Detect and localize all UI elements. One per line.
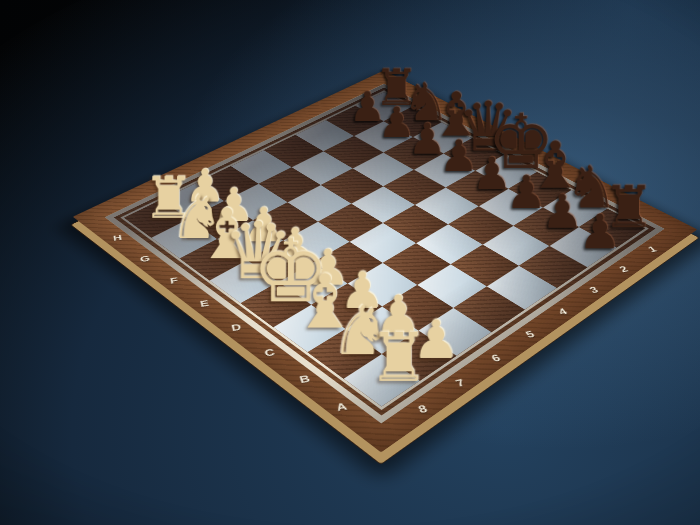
vignette (0, 0, 700, 525)
photo-stage: ♜♟♟♜♞♟♟♞♝♟♟♝♛♟♟♛♚♟♟♚♝♟♟♝♞♟♟♞♜♟♟♜ HGFEDCB… (0, 0, 700, 525)
